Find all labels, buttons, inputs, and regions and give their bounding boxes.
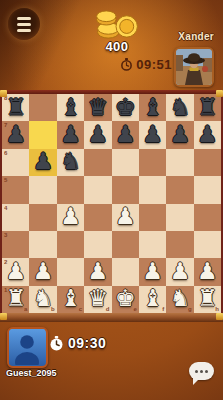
square-f6[interactable] bbox=[139, 149, 166, 176]
square-c1[interactable]: c♝ bbox=[57, 286, 84, 313]
board-corner-gold bbox=[0, 90, 7, 97]
square-d2[interactable]: ♟ bbox=[84, 258, 111, 285]
app-background: 400 Xander 09:51 8♜♝♛♚♝♞♜ bbox=[0, 0, 223, 400]
opponent-timer-value: 09:51 bbox=[136, 57, 172, 72]
piece-black-pawn[interactable]: ♟ bbox=[84, 121, 111, 148]
square-g3[interactable] bbox=[166, 231, 193, 258]
piece-white-rook[interactable]: ♜ bbox=[2, 286, 29, 313]
square-d8[interactable]: ♛ bbox=[84, 94, 111, 121]
square-b3[interactable] bbox=[29, 231, 56, 258]
piece-white-pawn[interactable]: ♟ bbox=[29, 258, 56, 285]
square-c5[interactable] bbox=[57, 176, 84, 203]
square-a7[interactable]: 7♟ bbox=[2, 121, 29, 148]
square-a8[interactable]: 8♜ bbox=[2, 94, 29, 121]
chess-board: 8♜♝♛♚♝♞♜7♟♟♟♟♟♟♟6♟♞54♟♟32♟♟♟♟♟♟1a♜b♞c♝d♛… bbox=[0, 90, 223, 322]
piece-black-rook[interactable]: ♜ bbox=[2, 94, 29, 121]
square-f7[interactable]: ♟ bbox=[139, 121, 166, 148]
coord-rank-3: 3 bbox=[4, 232, 7, 238]
square-g6[interactable] bbox=[166, 149, 193, 176]
square-f8[interactable]: ♝ bbox=[139, 94, 166, 121]
piece-white-pawn[interactable]: ♟ bbox=[139, 258, 166, 285]
square-a4[interactable]: 4 bbox=[2, 204, 29, 231]
square-e1[interactable]: e♚ bbox=[112, 286, 139, 313]
piece-white-queen[interactable]: ♛ bbox=[84, 286, 111, 313]
hamburger-icon bbox=[17, 17, 31, 20]
board-frame-bottom bbox=[0, 313, 223, 322]
square-d1[interactable]: d♛ bbox=[84, 286, 111, 313]
square-e5[interactable] bbox=[112, 176, 139, 203]
square-d3[interactable] bbox=[84, 231, 111, 258]
opponent-timer: 09:51 bbox=[120, 57, 172, 72]
menu-button[interactable] bbox=[8, 8, 40, 40]
square-b4[interactable] bbox=[29, 204, 56, 231]
chat-bubble-icon bbox=[189, 362, 214, 380]
opponent-name: Xander bbox=[124, 31, 214, 42]
piece-black-pawn[interactable]: ♟ bbox=[2, 121, 29, 148]
piece-black-pawn[interactable]: ♟ bbox=[57, 121, 84, 148]
square-f4[interactable] bbox=[139, 204, 166, 231]
square-b1[interactable]: b♞ bbox=[29, 286, 56, 313]
square-h7[interactable]: ♟ bbox=[194, 121, 221, 148]
square-g2[interactable]: ♟ bbox=[166, 258, 193, 285]
piece-black-knight[interactable]: ♞ bbox=[166, 94, 193, 121]
square-e2[interactable] bbox=[112, 258, 139, 285]
player-name: Guest_2095 bbox=[6, 368, 57, 378]
clock-icon bbox=[120, 58, 133, 71]
piece-white-pawn[interactable]: ♟ bbox=[166, 258, 193, 285]
piece-black-pawn[interactable]: ♟ bbox=[29, 149, 56, 176]
piece-white-pawn[interactable]: ♟ bbox=[57, 204, 84, 231]
piece-black-pawn[interactable]: ♟ bbox=[166, 121, 193, 148]
coord-rank-6: 6 bbox=[4, 150, 7, 156]
square-e4[interactable]: ♟ bbox=[112, 204, 139, 231]
piece-black-pawn[interactable]: ♟ bbox=[112, 121, 139, 148]
square-a3[interactable]: 3 bbox=[2, 231, 29, 258]
square-g4[interactable] bbox=[166, 204, 193, 231]
square-a5[interactable]: 5 bbox=[2, 176, 29, 203]
square-h2[interactable]: ♟ bbox=[194, 258, 221, 285]
square-a6[interactable]: 6 bbox=[2, 149, 29, 176]
square-e7[interactable]: ♟ bbox=[112, 121, 139, 148]
board-grid: 8♜♝♛♚♝♞♜7♟♟♟♟♟♟♟6♟♞54♟♟32♟♟♟♟♟♟1a♜b♞c♝d♛… bbox=[2, 94, 221, 313]
square-g8[interactable]: ♞ bbox=[166, 94, 193, 121]
guest-avatar-image bbox=[9, 329, 45, 365]
square-e8[interactable]: ♚ bbox=[112, 94, 139, 121]
cowboy-avatar-image bbox=[176, 49, 212, 85]
board-corner-gold bbox=[0, 313, 7, 320]
square-e6[interactable] bbox=[112, 149, 139, 176]
square-d6[interactable] bbox=[84, 149, 111, 176]
square-d5[interactable] bbox=[84, 176, 111, 203]
piece-black-bishop[interactable]: ♝ bbox=[139, 94, 166, 121]
piece-white-knight[interactable]: ♞ bbox=[29, 286, 56, 313]
piece-black-queen[interactable]: ♛ bbox=[84, 94, 111, 121]
square-h5[interactable] bbox=[194, 176, 221, 203]
square-g5[interactable] bbox=[166, 176, 193, 203]
piece-white-knight[interactable]: ♞ bbox=[166, 286, 193, 313]
piece-white-bishop[interactable]: ♝ bbox=[57, 286, 84, 313]
piece-white-bishop[interactable]: ♝ bbox=[139, 286, 166, 313]
square-h1[interactable]: h♜ bbox=[194, 286, 221, 313]
square-f2[interactable]: ♟ bbox=[139, 258, 166, 285]
player-timer: 09:30 bbox=[49, 335, 106, 351]
square-b2[interactable]: ♟ bbox=[29, 258, 56, 285]
square-c2[interactable] bbox=[57, 258, 84, 285]
square-a1[interactable]: 1a♜ bbox=[2, 286, 29, 313]
square-g7[interactable]: ♟ bbox=[166, 121, 193, 148]
square-f5[interactable] bbox=[139, 176, 166, 203]
square-c6[interactable]: ♞ bbox=[57, 149, 84, 176]
coord-rank-5: 5 bbox=[4, 177, 7, 183]
square-d4[interactable] bbox=[84, 204, 111, 231]
square-b7[interactable] bbox=[29, 121, 56, 148]
square-h4[interactable] bbox=[194, 204, 221, 231]
square-c4[interactable]: ♟ bbox=[57, 204, 84, 231]
square-e3[interactable] bbox=[112, 231, 139, 258]
player-timer-value: 09:30 bbox=[68, 335, 106, 351]
square-a2[interactable]: 2♟ bbox=[2, 258, 29, 285]
piece-black-king[interactable]: ♚ bbox=[112, 94, 139, 121]
square-c7[interactable]: ♟ bbox=[57, 121, 84, 148]
square-c3[interactable] bbox=[57, 231, 84, 258]
board-corner-gold bbox=[216, 313, 223, 320]
coord-rank-4: 4 bbox=[4, 205, 7, 211]
square-h6[interactable] bbox=[194, 149, 221, 176]
square-f1[interactable]: f♝ bbox=[139, 286, 166, 313]
piece-white-king[interactable]: ♚ bbox=[112, 286, 139, 313]
piece-black-rook[interactable]: ♜ bbox=[194, 94, 221, 121]
chat-button[interactable] bbox=[189, 362, 215, 385]
piece-white-pawn[interactable]: ♟ bbox=[2, 258, 29, 285]
square-h8[interactable]: ♜ bbox=[194, 94, 221, 121]
piece-white-pawn[interactable]: ♟ bbox=[194, 258, 221, 285]
square-b8[interactable] bbox=[29, 94, 56, 121]
square-f3[interactable] bbox=[139, 231, 166, 258]
piece-white-pawn[interactable]: ♟ bbox=[112, 204, 139, 231]
clock-icon bbox=[49, 336, 64, 351]
piece-black-bishop[interactable]: ♝ bbox=[57, 94, 84, 121]
square-b6[interactable]: ♟ bbox=[29, 149, 56, 176]
square-b5[interactable] bbox=[29, 176, 56, 203]
piece-black-pawn[interactable]: ♟ bbox=[194, 121, 221, 148]
piece-black-knight[interactable]: ♞ bbox=[57, 149, 84, 176]
piece-black-pawn[interactable]: ♟ bbox=[139, 121, 166, 148]
player-avatar[interactable] bbox=[7, 327, 48, 368]
piece-white-pawn[interactable]: ♟ bbox=[84, 258, 111, 285]
square-d7[interactable]: ♟ bbox=[84, 121, 111, 148]
piece-white-rook[interactable]: ♜ bbox=[194, 286, 221, 313]
square-h3[interactable] bbox=[194, 231, 221, 258]
square-c8[interactable]: ♝ bbox=[57, 94, 84, 121]
board-corner-gold bbox=[216, 90, 223, 97]
square-g1[interactable]: g♞ bbox=[166, 286, 193, 313]
opponent-avatar[interactable] bbox=[174, 47, 214, 87]
